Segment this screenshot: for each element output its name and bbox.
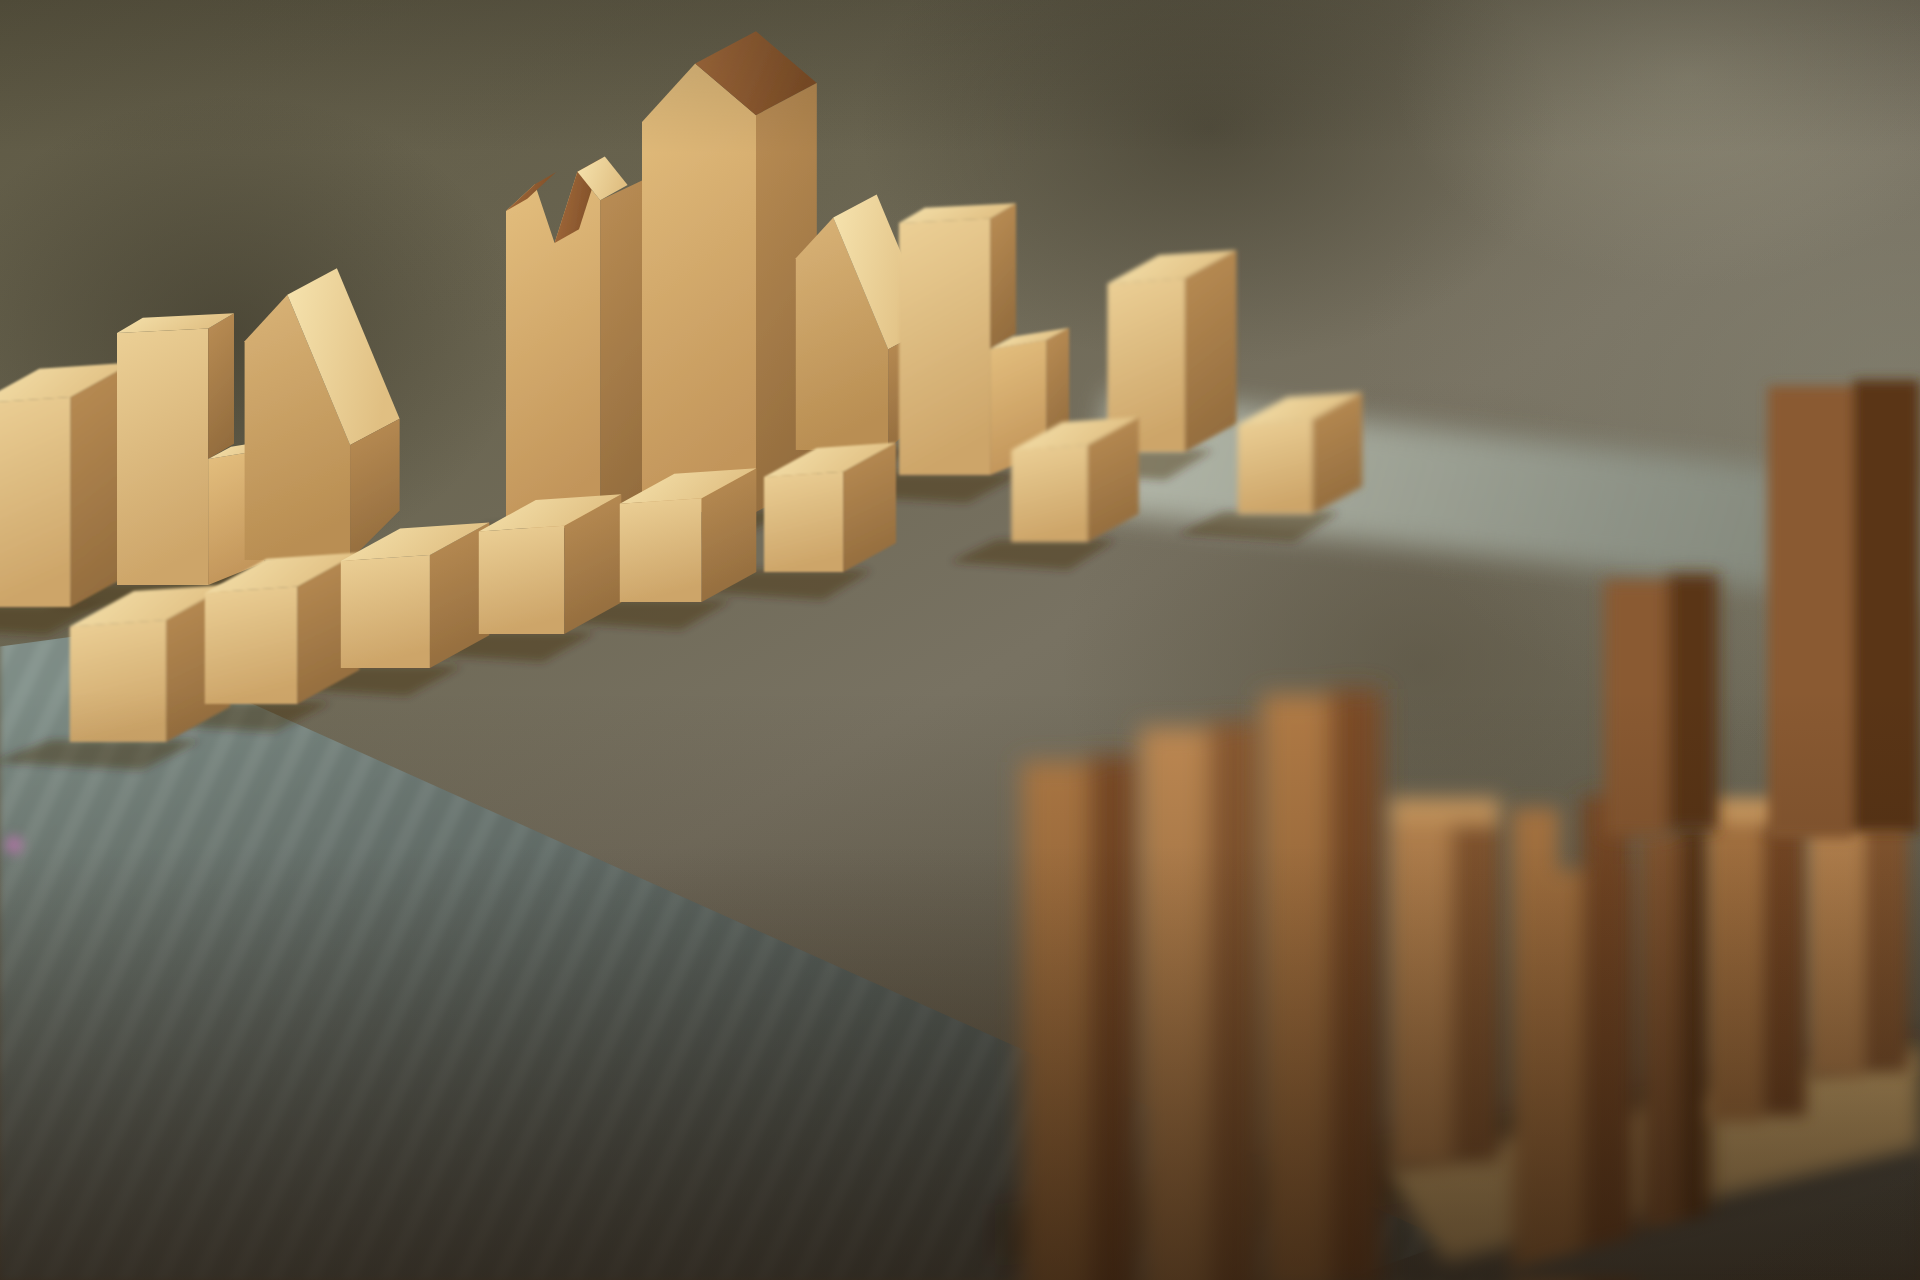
white-king-e1[interactable] [642, 31, 817, 512]
chessboard-and-pieces [0, 0, 1920, 1280]
white-bishop-c1[interactable] [245, 268, 400, 560]
white-queen-d1[interactable] [506, 157, 658, 528]
white-pawn-d2[interactable] [479, 494, 622, 634]
depth-fade [0, 690, 1920, 1280]
photo-scene [0, 0, 1920, 1280]
white-pawn-h2[interactable] [1238, 392, 1363, 514]
white-rook-a1[interactable] [0, 363, 133, 607]
